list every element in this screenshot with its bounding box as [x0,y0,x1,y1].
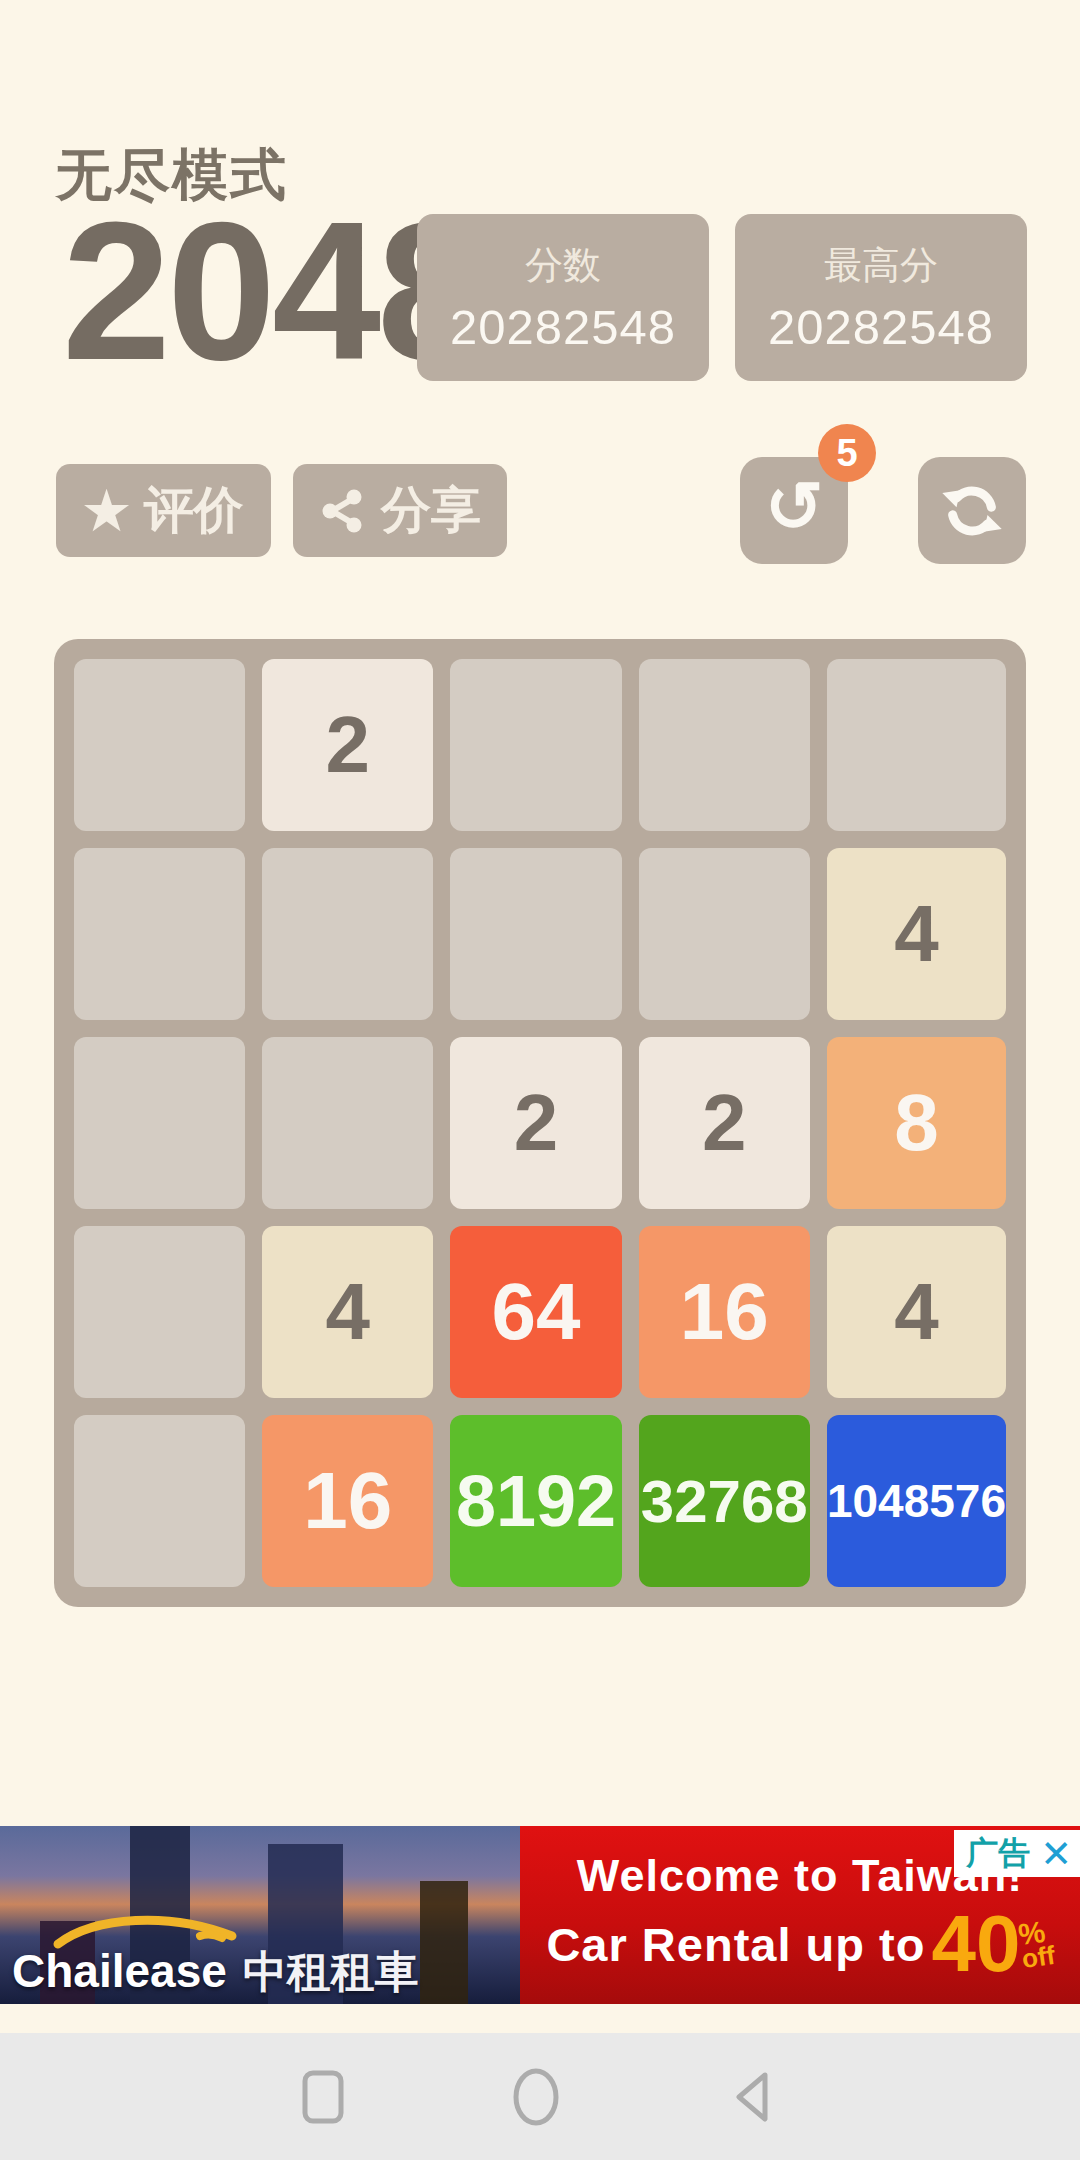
score-value: 20282548 [450,299,676,355]
empty-cell [639,848,810,1020]
score-label: 分数 [525,240,601,291]
ad-off-text: off [1021,1943,1057,1971]
ad-label-close[interactable]: 广告 ✕ [954,1830,1080,1877]
best-score-box: 最高分 20282548 [735,214,1027,381]
star-icon: ★ [83,485,130,537]
tile-16: 16 [639,1226,810,1398]
tile-4: 4 [827,1226,1006,1398]
share-button[interactable]: 分享 [293,464,507,557]
tile-4: 4 [827,848,1006,1020]
back-button[interactable] [727,2069,779,2125]
tile-16: 16 [262,1415,433,1587]
empty-cell [74,848,245,1020]
empty-cell [262,1037,433,1209]
back-triangle-icon [727,2069,779,2125]
ad-text-panel: Welcome to Taiwan! Car Rental up to 40 %… [520,1826,1080,2004]
close-icon[interactable]: ✕ [1040,1835,1072,1873]
recents-square-icon [301,2069,345,2125]
ad-cityscape-image: Chailease 中租租車 [0,1826,520,2004]
tile-4: 4 [262,1226,433,1398]
tile-8192: 8192 [450,1415,621,1587]
ad-brand-name: Chailease [12,1948,227,1994]
ad-discount-number: 40 [931,1908,1020,1980]
score-box: 分数 20282548 [417,214,709,381]
app-screen: 无尽模式 2048 分数 20282548 最高分 20282548 ★ 评价 … [0,0,1080,2160]
recents-button[interactable] [301,2069,345,2125]
tile-64: 64 [450,1226,621,1398]
tile-8: 8 [827,1037,1006,1209]
undo-count-badge: 5 [818,424,876,482]
empty-cell [74,659,245,831]
rate-button-label: 评价 [144,477,244,544]
game-board[interactable]: 24228464164168192327681048576 [54,639,1026,1607]
best-score-label: 最高分 [824,240,938,291]
home-circle-icon [511,2067,561,2127]
rate-button[interactable]: ★ 评价 [56,464,271,557]
tile-32768: 32768 [639,1415,810,1587]
ad-banner[interactable]: Chailease 中租租車 Welcome to Taiwan! Car Re… [0,1826,1080,2004]
ad-building-shape [420,1881,468,2004]
undo-icon: ↺ [765,472,824,542]
ad-brand-name-chinese: 中租租車 [243,1950,419,1994]
android-navbar [0,2033,1080,2160]
tile-1048576: 1048576 [827,1415,1006,1587]
empty-cell [450,659,621,831]
empty-cell [74,1415,245,1587]
ad-subline: Car Rental up to [546,1917,925,1972]
new-game-button[interactable] [918,457,1026,564]
home-button[interactable] [511,2067,561,2127]
best-score-value: 20282548 [768,299,994,355]
empty-cell [74,1226,245,1398]
ad-tag-label: 广告 [966,1832,1030,1876]
empty-cell [450,848,621,1020]
empty-cell [74,1037,245,1209]
share-button-label: 分享 [381,477,481,544]
tile-2: 2 [262,659,433,831]
refresh-icon [941,480,1003,542]
empty-cell [639,659,810,831]
empty-cell [827,659,1006,831]
tile-2: 2 [639,1037,810,1209]
share-icon [319,487,367,535]
tile-2: 2 [450,1037,621,1209]
tile-grid: 24228464164168192327681048576 [74,659,1006,1587]
empty-cell [262,848,433,1020]
